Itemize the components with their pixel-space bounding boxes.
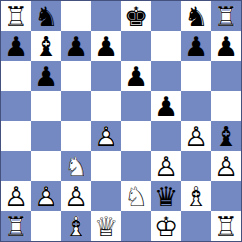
piece-outline-layer: ♙ (61, 181, 91, 211)
square-g4[interactable]: ♟♙ (181, 121, 211, 151)
square-g2[interactable]: ♝♗ (181, 181, 211, 211)
square-f7[interactable] (151, 31, 181, 61)
piece-outline-layer: ♖ (1, 1, 31, 31)
piece-solid-layer: ♝ (211, 121, 241, 151)
square-h6[interactable] (211, 61, 241, 91)
piece-black-knight[interactable]: ♞ (181, 1, 211, 31)
piece-white-pawn[interactable]: ♟♙ (31, 181, 61, 211)
piece-black-pawn[interactable]: ♟ (151, 91, 181, 121)
piece-outline-layer: ♗ (181, 181, 211, 211)
square-f8[interactable] (151, 1, 181, 31)
square-a5[interactable] (1, 91, 31, 121)
piece-white-king[interactable]: ♚♔ (151, 211, 181, 241)
square-h8[interactable]: ♜♖ (211, 1, 241, 31)
piece-white-pawn[interactable]: ♟♙ (181, 121, 211, 151)
piece-white-pawn[interactable]: ♟♙ (211, 151, 241, 181)
piece-outline-layer: ♔ (151, 211, 181, 241)
square-d1[interactable]: ♛♕ (91, 211, 121, 241)
piece-solid-layer: ♟ (1, 31, 31, 61)
piece-white-rook[interactable]: ♜♖ (211, 1, 241, 31)
square-e4[interactable] (121, 121, 151, 151)
piece-solid-layer: ♞ (31, 1, 61, 31)
square-e2[interactable]: ♞♘ (121, 181, 151, 211)
piece-solid-layer: ♟ (121, 61, 151, 91)
square-a4[interactable] (1, 121, 31, 151)
piece-solid-layer: ♟ (61, 31, 91, 61)
square-c7[interactable]: ♟ (61, 31, 91, 61)
square-a8[interactable]: ♜♖ (1, 1, 31, 31)
square-d4[interactable]: ♟♙ (91, 121, 121, 151)
piece-black-pawn[interactable]: ♟ (211, 31, 241, 61)
square-a3[interactable] (1, 151, 31, 181)
piece-white-pawn[interactable]: ♟♙ (91, 121, 121, 151)
square-e3[interactable] (121, 151, 151, 181)
piece-solid-layer: ♝ (31, 31, 61, 61)
piece-outline-layer: ♗ (61, 211, 91, 241)
square-b8[interactable]: ♞ (31, 1, 61, 31)
square-d8[interactable] (91, 1, 121, 31)
square-a6[interactable] (1, 61, 31, 91)
square-d6[interactable] (91, 61, 121, 91)
square-d2[interactable] (91, 181, 121, 211)
square-h5[interactable] (211, 91, 241, 121)
square-g7[interactable]: ♟ (181, 31, 211, 61)
square-a1[interactable]: ♜♖ (1, 211, 31, 241)
piece-outline-layer: ♘ (121, 181, 151, 211)
square-f4[interactable] (151, 121, 181, 151)
square-d7[interactable]: ♟ (91, 31, 121, 61)
square-f2[interactable]: ♛ (151, 181, 181, 211)
square-g8[interactable]: ♞ (181, 1, 211, 31)
square-e5[interactable] (121, 91, 151, 121)
piece-white-pawn[interactable]: ♟♙ (61, 181, 91, 211)
piece-outline-layer: ♖ (211, 1, 241, 31)
square-b6[interactable]: ♟ (31, 61, 61, 91)
piece-outline-layer: ♕ (91, 211, 121, 241)
square-e1[interactable] (121, 211, 151, 241)
square-f5[interactable]: ♟ (151, 91, 181, 121)
piece-outline-layer: ♙ (151, 151, 181, 181)
piece-black-pawn[interactable]: ♟ (61, 31, 91, 61)
square-e8[interactable]: ♚ (121, 1, 151, 31)
square-c5[interactable] (61, 91, 91, 121)
piece-white-pawn[interactable]: ♟♙ (1, 181, 31, 211)
square-g3[interactable] (181, 151, 211, 181)
square-e6[interactable]: ♟ (121, 61, 151, 91)
square-b5[interactable] (31, 91, 61, 121)
piece-black-king[interactable]: ♚ (121, 1, 151, 31)
piece-white-bishop[interactable]: ♝♗ (181, 181, 211, 211)
piece-black-pawn[interactable]: ♟ (1, 31, 31, 61)
square-d5[interactable] (91, 91, 121, 121)
piece-outline-layer: ♘ (61, 151, 91, 181)
square-h3[interactable]: ♟♙ (211, 151, 241, 181)
square-b7[interactable]: ♝ (31, 31, 61, 61)
square-b4[interactable] (31, 121, 61, 151)
piece-solid-layer: ♛ (151, 181, 181, 211)
piece-outline-layer: ♙ (1, 181, 31, 211)
square-d3[interactable] (91, 151, 121, 181)
piece-white-bishop[interactable]: ♝♗ (61, 211, 91, 241)
square-a2[interactable]: ♟♙ (1, 181, 31, 211)
square-f6[interactable] (151, 61, 181, 91)
piece-solid-layer: ♟ (151, 91, 181, 121)
piece-black-pawn[interactable]: ♟ (181, 31, 211, 61)
piece-solid-layer: ♟ (181, 31, 211, 61)
square-h4[interactable]: ♝ (211, 121, 241, 151)
piece-white-knight[interactable]: ♞♘ (121, 181, 151, 211)
piece-black-pawn[interactable]: ♟ (91, 31, 121, 61)
piece-black-knight[interactable]: ♞ (31, 1, 61, 31)
piece-outline-layer: ♖ (211, 211, 241, 241)
square-b2[interactable]: ♟♙ (31, 181, 61, 211)
piece-outline-layer: ♙ (91, 121, 121, 151)
piece-black-bishop[interactable]: ♝ (31, 31, 61, 61)
square-c8[interactable] (61, 1, 91, 31)
piece-black-queen[interactable]: ♛ (151, 181, 181, 211)
chess-board: ♜♖♞♚♞♜♖♟♝♟♟♟♟♟♟♟♟♙♟♙♝♞♘♟♙♟♙♟♙♟♙♟♙♞♘♛♝♗♜♖… (0, 0, 242, 242)
square-h2[interactable] (211, 181, 241, 211)
square-c4[interactable] (61, 121, 91, 151)
square-a7[interactable]: ♟ (1, 31, 31, 61)
piece-solid-layer: ♟ (31, 61, 61, 91)
piece-outline-layer: ♙ (31, 181, 61, 211)
piece-outline-layer: ♖ (1, 211, 31, 241)
piece-solid-layer: ♚ (121, 1, 151, 31)
piece-black-bishop[interactable]: ♝ (211, 121, 241, 151)
piece-white-rook[interactable]: ♜♖ (1, 1, 31, 31)
piece-solid-layer: ♞ (181, 1, 211, 31)
square-g6[interactable] (181, 61, 211, 91)
square-g1[interactable] (181, 211, 211, 241)
square-g5[interactable] (181, 91, 211, 121)
piece-white-rook[interactable]: ♜♖ (1, 211, 31, 241)
square-c6[interactable] (61, 61, 91, 91)
piece-solid-layer: ♟ (91, 31, 121, 61)
square-b1[interactable] (31, 211, 61, 241)
piece-black-pawn[interactable]: ♟ (31, 61, 61, 91)
square-c2[interactable]: ♟♙ (61, 181, 91, 211)
square-h7[interactable]: ♟ (211, 31, 241, 61)
square-e7[interactable] (121, 31, 151, 61)
square-c1[interactable]: ♝♗ (61, 211, 91, 241)
piece-outline-layer: ♙ (211, 151, 241, 181)
square-f1[interactable]: ♚♔ (151, 211, 181, 241)
piece-outline-layer: ♙ (181, 121, 211, 151)
square-f3[interactable]: ♟♙ (151, 151, 181, 181)
piece-white-knight[interactable]: ♞♘ (61, 151, 91, 181)
square-b3[interactable] (31, 151, 61, 181)
square-h1[interactable]: ♜♖ (211, 211, 241, 241)
piece-white-rook[interactable]: ♜♖ (211, 211, 241, 241)
piece-black-pawn[interactable]: ♟ (121, 61, 151, 91)
piece-white-pawn[interactable]: ♟♙ (151, 151, 181, 181)
piece-white-queen[interactable]: ♛♕ (91, 211, 121, 241)
piece-solid-layer: ♟ (211, 31, 241, 61)
square-c3[interactable]: ♞♘ (61, 151, 91, 181)
